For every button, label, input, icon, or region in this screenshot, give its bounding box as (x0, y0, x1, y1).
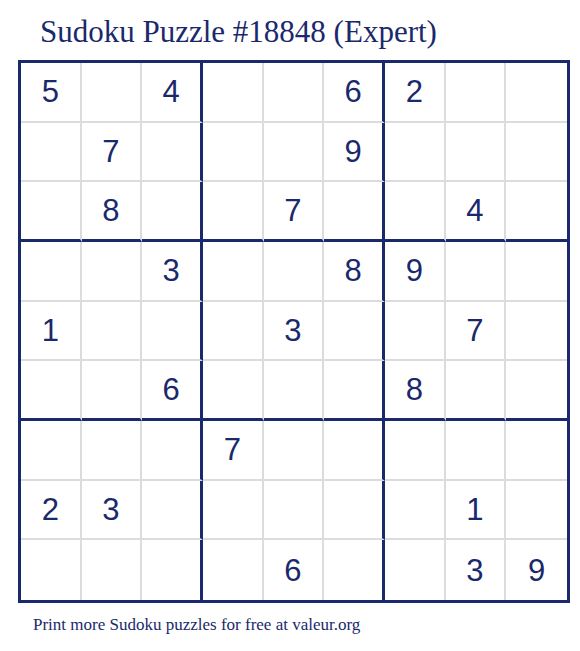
sudoku-cell-r2c3 (142, 123, 203, 183)
sudoku-cell-r9c7 (385, 540, 446, 600)
sudoku-cell-r6c8 (446, 361, 507, 421)
sudoku-cell-r6c2 (82, 361, 143, 421)
sudoku-cell-r9c8: 3 (446, 540, 507, 600)
given-digit: 2 (406, 76, 423, 107)
sudoku-cell-r4c4 (203, 242, 264, 302)
sudoku-cell-r6c3: 6 (142, 361, 203, 421)
sudoku-cell-r1c8 (446, 63, 507, 123)
given-digit: 3 (466, 555, 483, 586)
given-digit: 7 (102, 136, 119, 167)
sudoku-cell-r9c4 (203, 540, 264, 600)
sudoku-cell-r8c6 (324, 481, 385, 541)
footer-text: Print more Sudoku puzzles for free at va… (33, 615, 360, 635)
sudoku-cell-r4c7: 9 (385, 242, 446, 302)
given-digit: 9 (528, 555, 545, 586)
sudoku-cell-r1c7: 2 (385, 63, 446, 123)
sudoku-cell-r4c1 (21, 242, 82, 302)
sudoku-cell-r7c7 (385, 421, 446, 481)
sudoku-cell-r8c9 (506, 481, 567, 541)
given-digit: 4 (466, 195, 483, 226)
sudoku-cell-r6c9 (506, 361, 567, 421)
sudoku-cell-r5c9 (506, 302, 567, 362)
sudoku-cell-r6c4 (203, 361, 264, 421)
sudoku-cell-r6c7: 8 (385, 361, 446, 421)
sudoku-cell-r2c9 (506, 123, 567, 183)
sudoku-cell-r1c6: 6 (324, 63, 385, 123)
sudoku-cell-r3c6 (324, 182, 385, 242)
sudoku-cell-r8c2: 3 (82, 481, 143, 541)
sudoku-cell-r6c6 (324, 361, 385, 421)
sudoku-cell-r4c3: 3 (142, 242, 203, 302)
sudoku-cell-r2c8 (446, 123, 507, 183)
given-digit: 7 (284, 195, 301, 226)
sudoku-cell-r8c8: 1 (446, 481, 507, 541)
sudoku-cell-r5c6 (324, 302, 385, 362)
given-digit: 6 (345, 76, 362, 107)
sudoku-cell-r7c2 (82, 421, 143, 481)
sudoku-cell-r7c1 (21, 421, 82, 481)
sudoku-cell-r6c1 (21, 361, 82, 421)
sudoku-cell-r3c3 (142, 182, 203, 242)
sudoku-cell-r9c5: 6 (264, 540, 325, 600)
sudoku-cell-r1c2 (82, 63, 143, 123)
given-digit: 2 (42, 494, 59, 525)
sudoku-cell-r3c8: 4 (446, 182, 507, 242)
given-digit: 3 (102, 494, 119, 525)
sudoku-cell-r4c8 (446, 242, 507, 302)
sudoku-cell-r4c9 (506, 242, 567, 302)
sudoku-cell-r7c3 (142, 421, 203, 481)
sudoku-cell-r6c5 (264, 361, 325, 421)
sudoku-cell-r9c3 (142, 540, 203, 600)
sudoku-cell-r4c6: 8 (324, 242, 385, 302)
sudoku-cell-r2c5 (264, 123, 325, 183)
sudoku-cell-r8c7 (385, 481, 446, 541)
given-digit: 7 (224, 434, 241, 465)
sudoku-cell-r5c8: 7 (446, 302, 507, 362)
sudoku-cell-r8c3 (142, 481, 203, 541)
sudoku-cell-r2c2: 7 (82, 123, 143, 183)
sudoku-cell-r5c7 (385, 302, 446, 362)
sudoku-cell-r3c1 (21, 182, 82, 242)
sudoku-cell-r3c2: 8 (82, 182, 143, 242)
given-digit: 8 (406, 374, 423, 405)
sudoku-cell-r2c7 (385, 123, 446, 183)
sudoku-cell-r1c3: 4 (142, 63, 203, 123)
given-digit: 1 (466, 494, 483, 525)
sudoku-cell-r4c2 (82, 242, 143, 302)
given-digit: 1 (42, 315, 59, 346)
sudoku-cell-r9c6 (324, 540, 385, 600)
sudoku-cell-r5c2 (82, 302, 143, 362)
sudoku-cell-r8c1: 2 (21, 481, 82, 541)
sudoku-cell-r8c4 (203, 481, 264, 541)
sudoku-cell-r3c4 (203, 182, 264, 242)
sudoku-cell-r5c5: 3 (264, 302, 325, 362)
given-digit: 9 (406, 255, 423, 286)
given-digit: 6 (163, 374, 180, 405)
sudoku-cell-r9c9: 9 (506, 540, 567, 600)
sudoku-cell-r5c1: 1 (21, 302, 82, 362)
sudoku-cell-r1c9 (506, 63, 567, 123)
sudoku-cell-r8c5 (264, 481, 325, 541)
sudoku-cell-r1c1: 5 (21, 63, 82, 123)
sudoku-cell-r7c5 (264, 421, 325, 481)
page-title: Sudoku Puzzle #18848 (Expert) (40, 15, 437, 49)
given-digit: 5 (42, 76, 59, 107)
given-digit: 3 (163, 255, 180, 286)
sudoku-cell-r4c5 (264, 242, 325, 302)
sudoku-cell-r3c7 (385, 182, 446, 242)
sudoku-cell-r2c1 (21, 123, 82, 183)
sudoku-cell-r7c8 (446, 421, 507, 481)
sudoku-cell-r5c3 (142, 302, 203, 362)
given-digit: 9 (345, 136, 362, 167)
sudoku-cell-r1c5 (264, 63, 325, 123)
given-digit: 8 (102, 195, 119, 226)
sudoku-cell-r5c4 (203, 302, 264, 362)
sudoku-cell-r9c1 (21, 540, 82, 600)
sudoku-cell-r7c4: 7 (203, 421, 264, 481)
sudoku-cell-r7c9 (506, 421, 567, 481)
sudoku-cell-r9c2 (82, 540, 143, 600)
sudoku-board: 546279874389137687231639 (18, 60, 570, 603)
given-digit: 7 (466, 315, 483, 346)
sudoku-cell-r2c6: 9 (324, 123, 385, 183)
sudoku-cell-r2c4 (203, 123, 264, 183)
given-digit: 4 (163, 76, 180, 107)
sudoku-cell-r3c9 (506, 182, 567, 242)
sudoku-cell-r1c4 (203, 63, 264, 123)
given-digit: 3 (284, 315, 301, 346)
sudoku-cell-r7c6 (324, 421, 385, 481)
given-digit: 8 (345, 255, 362, 286)
sudoku-cell-r3c5: 7 (264, 182, 325, 242)
given-digit: 6 (284, 555, 301, 586)
